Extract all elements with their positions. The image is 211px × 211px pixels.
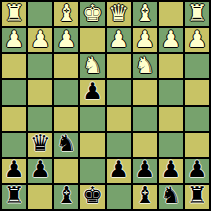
square-c1[interactable]: ♝ [133,2,157,26]
square-e2[interactable] [80,28,104,52]
square-b5[interactable] [159,107,183,131]
piece-white-pawn: ♟ [56,28,77,51]
square-d3[interactable] [107,54,131,78]
square-a2[interactable]: ♟ [185,28,209,52]
square-a6[interactable] [185,133,209,157]
square-b4[interactable] [159,80,183,104]
square-d7[interactable]: ♟ [107,159,131,183]
square-c7[interactable]: ♟ [133,159,157,183]
square-h2[interactable]: ♟ [2,28,26,52]
square-c4[interactable] [133,80,157,104]
square-e1[interactable]: ♚ [80,2,104,26]
square-h7[interactable]: ♟ [2,159,26,183]
piece-black-king: ♚ [82,185,103,208]
square-e8[interactable]: ♚ [80,185,104,209]
square-c5[interactable] [133,107,157,131]
square-h8[interactable]: ♜ [2,185,26,209]
piece-black-bishop: ♝ [134,185,155,208]
square-g1[interactable] [28,2,52,26]
piece-black-knight: ♞ [56,133,77,156]
piece-white-bishop: ♝ [56,2,77,25]
square-g5[interactable] [28,107,52,131]
piece-white-bishop: ♝ [134,2,155,25]
square-e6[interactable] [80,133,104,157]
square-d5[interactable] [107,107,131,131]
square-d1[interactable]: ♛ [107,2,131,26]
square-d2[interactable]: ♟ [107,28,131,52]
square-h4[interactable] [2,80,26,104]
piece-white-queen: ♛ [108,2,129,25]
piece-black-bishop: ♝ [56,185,77,208]
piece-white-pawn: ♟ [187,28,208,51]
square-d8[interactable] [107,185,131,209]
piece-white-rook: ♜ [187,2,208,25]
piece-white-pawn: ♟ [134,28,155,51]
piece-black-pawn: ♟ [134,159,155,182]
square-e7[interactable] [80,159,104,183]
square-a1[interactable]: ♜ [185,2,209,26]
square-f1[interactable]: ♝ [54,2,78,26]
square-f6[interactable]: ♞ [54,133,78,157]
square-g6[interactable]: ♛ [28,133,52,157]
square-h6[interactable] [2,133,26,157]
piece-black-queen: ♛ [30,133,51,156]
piece-black-pawn: ♟ [82,80,103,103]
square-f3[interactable] [54,54,78,78]
piece-white-knight: ♞ [82,54,103,77]
square-g4[interactable] [28,80,52,104]
square-c2[interactable]: ♟ [133,28,157,52]
piece-white-pawn: ♟ [30,28,51,51]
square-d6[interactable] [107,133,131,157]
piece-black-pawn: ♟ [4,159,25,182]
square-a7[interactable]: ♟ [185,159,209,183]
square-e5[interactable] [80,107,104,131]
piece-white-knight: ♞ [134,54,155,77]
square-a8[interactable]: ♜ [185,185,209,209]
square-b6[interactable] [159,133,183,157]
square-f5[interactable] [54,107,78,131]
square-a4[interactable] [185,80,209,104]
square-e4[interactable]: ♟ [80,80,104,104]
square-a5[interactable] [185,107,209,131]
square-f2[interactable]: ♟ [54,28,78,52]
square-c6[interactable] [133,133,157,157]
piece-black-rook: ♜ [4,185,25,208]
square-f7[interactable] [54,159,78,183]
piece-white-king: ♚ [82,2,103,25]
square-b3[interactable] [159,54,183,78]
square-d4[interactable] [107,80,131,104]
square-e3[interactable]: ♞ [80,54,104,78]
piece-white-pawn: ♟ [4,28,25,51]
square-b2[interactable]: ♟ [159,28,183,52]
piece-white-rook: ♜ [4,2,25,25]
square-f4[interactable] [54,80,78,104]
square-h1[interactable]: ♜ [2,2,26,26]
square-b8[interactable]: ♞ [159,185,183,209]
piece-black-pawn: ♟ [30,159,51,182]
square-c8[interactable]: ♝ [133,185,157,209]
square-g2[interactable]: ♟ [28,28,52,52]
square-h3[interactable] [2,54,26,78]
piece-black-knight: ♞ [161,185,182,208]
chess-board: ♜♝♚♛♝♜♟♟♟♟♟♟♟♞♞♟♛♞♟♟♟♟♟♟♜♝♚♝♞♜ [0,0,211,211]
square-g7[interactable]: ♟ [28,159,52,183]
square-b7[interactable]: ♟ [159,159,183,183]
square-g3[interactable] [28,54,52,78]
square-f8[interactable]: ♝ [54,185,78,209]
square-h5[interactable] [2,107,26,131]
piece-black-pawn: ♟ [108,159,129,182]
piece-black-pawn: ♟ [161,159,182,182]
square-a3[interactable] [185,54,209,78]
piece-black-rook: ♜ [187,185,208,208]
piece-white-pawn: ♟ [161,28,182,51]
piece-black-pawn: ♟ [187,159,208,182]
square-b1[interactable] [159,2,183,26]
piece-white-pawn: ♟ [108,28,129,51]
square-c3[interactable]: ♞ [133,54,157,78]
square-g8[interactable] [28,185,52,209]
